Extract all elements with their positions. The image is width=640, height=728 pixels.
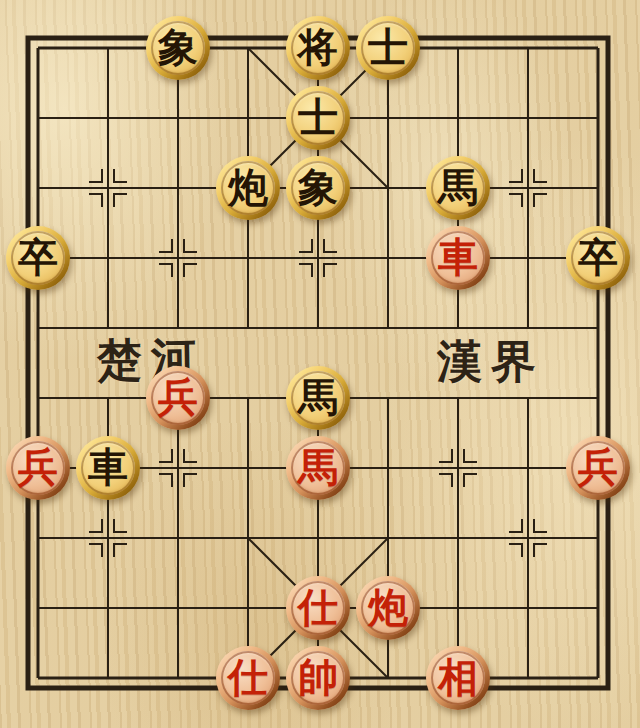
piece-character: 仕 — [298, 587, 338, 627]
piece-face: 卒 — [571, 231, 625, 285]
piece-character: 仕 — [228, 657, 268, 697]
piece-black-soldier[interactable]: 卒 — [566, 226, 630, 290]
piece-red-soldier[interactable]: 兵 — [146, 366, 210, 430]
piece-face: 士 — [361, 21, 415, 75]
piece-character: 馬 — [438, 167, 478, 207]
piece-character: 炮 — [368, 587, 408, 627]
piece-character: 相 — [438, 657, 478, 697]
piece-black-elephant[interactable]: 象 — [286, 156, 350, 220]
piece-face: 車 — [431, 231, 485, 285]
piece-red-cannon[interactable]: 炮 — [356, 576, 420, 640]
piece-character: 帥 — [298, 657, 338, 697]
piece-black-horse[interactable]: 馬 — [286, 366, 350, 430]
piece-face: 士 — [291, 91, 345, 145]
piece-character: 卒 — [18, 237, 58, 277]
piece-red-elephant[interactable]: 相 — [426, 646, 490, 710]
piece-red-soldier[interactable]: 兵 — [6, 436, 70, 500]
piece-red-general[interactable]: 帥 — [286, 646, 350, 710]
piece-red-chariot[interactable]: 車 — [426, 226, 490, 290]
piece-black-elephant[interactable]: 象 — [146, 16, 210, 80]
piece-face: 仕 — [291, 581, 345, 635]
piece-character: 車 — [88, 447, 128, 487]
piece-face: 兵 — [11, 441, 65, 495]
piece-character: 士 — [368, 27, 408, 67]
piece-face: 炮 — [221, 161, 275, 215]
piece-black-general[interactable]: 将 — [286, 16, 350, 80]
piece-character: 士 — [298, 97, 338, 137]
xiangqi-board: 楚河 漢界 象将士士炮象馬卒車卒兵馬兵車馬兵仕炮仕帥相 — [0, 0, 640, 728]
piece-face: 馬 — [291, 441, 345, 495]
piece-face: 炮 — [361, 581, 415, 635]
piece-black-soldier[interactable]: 卒 — [6, 226, 70, 290]
piece-character: 炮 — [228, 167, 268, 207]
piece-red-advisor[interactable]: 仕 — [286, 576, 350, 640]
piece-black-cannon[interactable]: 炮 — [216, 156, 280, 220]
piece-red-advisor[interactable]: 仕 — [216, 646, 280, 710]
piece-character: 車 — [438, 237, 478, 277]
piece-face: 兵 — [151, 371, 205, 425]
piece-character: 象 — [298, 167, 338, 207]
piece-face: 帥 — [291, 651, 345, 705]
piece-face: 象 — [291, 161, 345, 215]
piece-character: 兵 — [578, 447, 618, 487]
piece-face: 将 — [291, 21, 345, 75]
piece-black-chariot[interactable]: 車 — [76, 436, 140, 500]
piece-face: 卒 — [11, 231, 65, 285]
piece-character: 兵 — [18, 447, 58, 487]
piece-face: 兵 — [571, 441, 625, 495]
pieces-layer: 象将士士炮象馬卒車卒兵馬兵車馬兵仕炮仕帥相 — [3, 13, 633, 713]
piece-black-advisor[interactable]: 士 — [356, 16, 420, 80]
piece-face: 相 — [431, 651, 485, 705]
piece-face: 車 — [81, 441, 135, 495]
piece-character: 馬 — [298, 447, 338, 487]
piece-face: 仕 — [221, 651, 275, 705]
piece-face: 馬 — [291, 371, 345, 425]
piece-black-advisor[interactable]: 士 — [286, 86, 350, 150]
piece-character: 象 — [158, 27, 198, 67]
piece-character: 兵 — [158, 377, 198, 417]
piece-face: 象 — [151, 21, 205, 75]
piece-red-horse[interactable]: 馬 — [286, 436, 350, 500]
piece-black-horse[interactable]: 馬 — [426, 156, 490, 220]
piece-face: 馬 — [431, 161, 485, 215]
piece-character: 将 — [298, 27, 338, 67]
piece-character: 馬 — [298, 377, 338, 417]
piece-red-soldier[interactable]: 兵 — [566, 436, 630, 500]
piece-character: 卒 — [578, 237, 618, 277]
